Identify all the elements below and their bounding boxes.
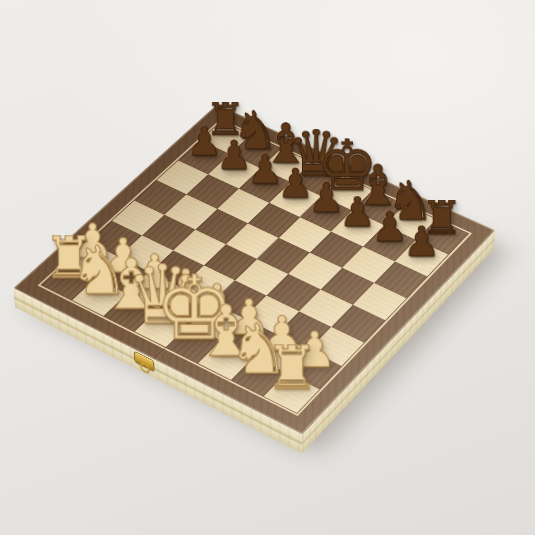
brass-latch-icon bbox=[134, 351, 154, 372]
playing-field: ♜♞♝♛♚♝♞♜♟♟♟♟♟♟♟♟♟♟♟♟♟♟♟♟♜♞♝♛♚♝♞♜ bbox=[42, 121, 468, 413]
square-g3 bbox=[276, 311, 331, 349]
square-b2: ♟ bbox=[96, 257, 150, 294]
chess-board: ♜♞♝♛♚♝♞♜♟♟♟♟♟♟♟♟♟♟♟♟♟♟♟♟♜♞♝♛♚♝♞♜ bbox=[13, 104, 495, 434]
piece-black-rook: ♜ bbox=[406, 199, 478, 237]
piece-black-rook: ♜ bbox=[191, 102, 260, 138]
photo-stage: ♜♞♝♛♚♝♞♜♟♟♟♟♟♟♟♟♟♟♟♟♟♟♟♟♜♞♝♛♚♝♞♜ bbox=[0, 0, 535, 535]
